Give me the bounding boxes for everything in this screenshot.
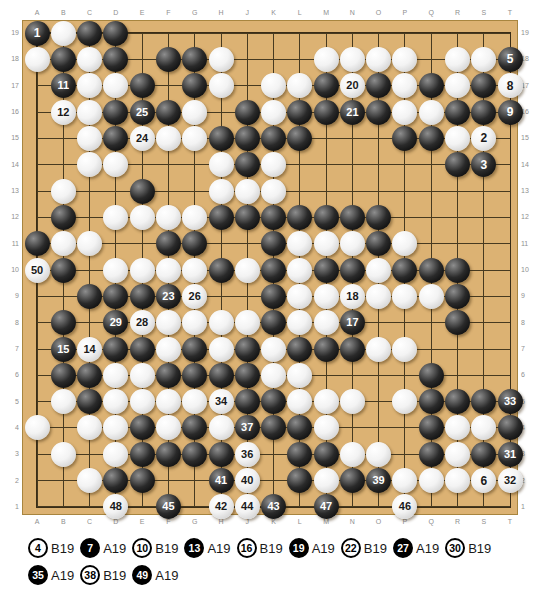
row-label: 5 — [521, 397, 536, 407]
stone-H6[interactable] — [209, 363, 234, 388]
stone-S15[interactable]: 2 — [471, 126, 496, 151]
stone-B17[interactable]: 11 — [51, 73, 76, 98]
stone-M8[interactable] — [314, 310, 339, 335]
row-label: 8 — [521, 318, 536, 328]
row-label: 13 — [4, 186, 19, 196]
row-label: 19 — [521, 28, 536, 38]
row-label: 16 — [521, 107, 536, 117]
stone-E16[interactable]: 25 — [130, 100, 155, 125]
stone-A11[interactable] — [25, 231, 50, 256]
row-label: 16 — [4, 107, 19, 117]
stone-D3[interactable] — [103, 442, 128, 467]
stone-D9[interactable] — [103, 284, 128, 309]
stone-A4[interactable] — [25, 415, 50, 440]
stone-J5[interactable] — [235, 389, 260, 414]
stone-O9[interactable] — [366, 284, 391, 309]
move-number: 11 — [57, 80, 69, 91]
stone-R14[interactable] — [445, 152, 470, 177]
stone-F8[interactable] — [156, 310, 181, 335]
caption-entry: 4B19 — [28, 538, 74, 558]
stone-G18[interactable] — [182, 47, 207, 72]
stone-J3[interactable]: 36 — [235, 442, 260, 467]
stone-K1[interactable]: 43 — [261, 494, 286, 519]
stone-O16[interactable] — [366, 100, 391, 125]
move-number: 37 — [241, 422, 253, 433]
stone-K10[interactable] — [261, 258, 286, 283]
row-label: 11 — [521, 239, 536, 249]
row-label: 15 — [521, 133, 536, 143]
stone-E7[interactable] — [130, 337, 155, 362]
stone-Q10[interactable] — [419, 258, 444, 283]
stone-J6[interactable] — [235, 363, 260, 388]
column-label: C — [83, 8, 97, 18]
stone-F12[interactable] — [156, 205, 181, 230]
stone-M3[interactable] — [314, 442, 339, 467]
stone-O12[interactable] — [366, 205, 391, 230]
stone-H13[interactable] — [209, 179, 234, 204]
stone-J13[interactable] — [235, 179, 260, 204]
row-label: 2 — [4, 476, 19, 486]
stone-D7[interactable] — [103, 337, 128, 362]
stone-J4[interactable]: 37 — [235, 415, 260, 440]
go-diagram-page: AABBCCDDEEFFGGHHJJKKLLMMNNOOPPQQRRSSTT19… — [0, 0, 540, 603]
stone-H17[interactable] — [209, 73, 234, 98]
stone-D19[interactable] — [103, 21, 128, 46]
row-label: 17 — [4, 81, 19, 91]
stone-P16[interactable] — [392, 100, 417, 125]
column-label: S — [477, 517, 491, 527]
move-number: 9 — [507, 106, 514, 118]
stone-O10[interactable] — [366, 258, 391, 283]
stone-N7[interactable] — [340, 337, 365, 362]
column-label: L — [293, 8, 307, 18]
move-number: 6 — [480, 475, 487, 487]
stone-O18[interactable] — [366, 47, 391, 72]
stone-D1[interactable]: 48 — [103, 494, 128, 519]
stone-D12[interactable] — [103, 205, 128, 230]
stone-M12[interactable] — [314, 205, 339, 230]
stone-K7[interactable] — [261, 337, 286, 362]
caption-entry: 30B19 — [445, 538, 491, 558]
column-label: E — [135, 517, 149, 527]
row-label: 12 — [521, 212, 536, 222]
stone-H14[interactable] — [209, 152, 234, 177]
move-number: 31 — [504, 449, 516, 460]
caption-stone-icon: 49 — [132, 565, 152, 585]
row-label: 15 — [4, 133, 19, 143]
stone-C16[interactable] — [77, 100, 102, 125]
stone-H4[interactable] — [209, 415, 234, 440]
stone-G7[interactable] — [182, 337, 207, 362]
stone-A10[interactable]: 50 — [25, 258, 50, 283]
stone-R2[interactable] — [445, 468, 470, 493]
move-number: 3 — [480, 159, 487, 171]
stone-H12[interactable] — [209, 205, 234, 230]
stone-F5[interactable] — [156, 389, 181, 414]
stone-T16[interactable]: 9 — [498, 100, 523, 125]
stone-T5[interactable]: 33 — [498, 389, 523, 414]
stone-B5[interactable] — [51, 389, 76, 414]
row-label: 12 — [4, 212, 19, 222]
stone-Q5[interactable] — [419, 389, 444, 414]
stone-N17[interactable]: 20 — [340, 73, 365, 98]
stone-J7[interactable] — [235, 337, 260, 362]
stone-B16[interactable]: 12 — [51, 100, 76, 125]
stone-R9[interactable] — [445, 284, 470, 309]
stone-N2[interactable] — [340, 468, 365, 493]
move-number: 20 — [346, 80, 358, 91]
stone-J10[interactable] — [235, 258, 260, 283]
column-label: A — [30, 517, 44, 527]
stone-G10[interactable] — [182, 258, 207, 283]
stone-Q2[interactable] — [419, 468, 444, 493]
stone-E5[interactable] — [130, 389, 155, 414]
stone-P10[interactable] — [392, 258, 417, 283]
stone-P1[interactable]: 46 — [392, 494, 417, 519]
stone-F11[interactable] — [156, 231, 181, 256]
caption-stone-icon: 16 — [237, 538, 257, 558]
stone-C15[interactable] — [77, 126, 102, 151]
caption-point-label: A19 — [155, 568, 178, 583]
stone-G12[interactable] — [182, 205, 207, 230]
stone-J16[interactable] — [235, 100, 260, 125]
stone-M9[interactable] — [314, 284, 339, 309]
stone-T2[interactable]: 32 — [498, 468, 523, 493]
stone-F18[interactable] — [156, 47, 181, 72]
stone-E4[interactable] — [130, 415, 155, 440]
stone-H18[interactable] — [209, 47, 234, 72]
column-label: H — [214, 8, 228, 18]
stone-K9[interactable] — [261, 284, 286, 309]
stone-B7[interactable]: 15 — [51, 337, 76, 362]
column-label: O — [372, 8, 386, 18]
stone-G3[interactable] — [182, 442, 207, 467]
stone-N10[interactable] — [340, 258, 365, 283]
stone-G15[interactable] — [182, 126, 207, 151]
stone-S3[interactable] — [471, 442, 496, 467]
stone-J15[interactable] — [235, 126, 260, 151]
move-number: 17 — [346, 317, 358, 328]
stone-O3[interactable] — [366, 442, 391, 467]
stone-N18[interactable] — [340, 47, 365, 72]
stone-J2[interactable]: 40 — [235, 468, 260, 493]
row-label: 19 — [4, 28, 19, 38]
stone-F15[interactable] — [156, 126, 181, 151]
stone-K16[interactable] — [261, 100, 286, 125]
stone-H7[interactable] — [209, 337, 234, 362]
board-layer: AABBCCDDEEFFGGHHJJKKLLMMNNOOPPQQRRSSTT19… — [0, 0, 540, 603]
move-number: 18 — [346, 291, 358, 302]
move-number: 39 — [372, 475, 384, 486]
stone-K14[interactable] — [261, 152, 286, 177]
column-label: Q — [424, 517, 438, 527]
stone-B13[interactable] — [51, 179, 76, 204]
stone-C6[interactable] — [77, 363, 102, 388]
column-label: C — [83, 517, 97, 527]
stone-M11[interactable] — [314, 231, 339, 256]
stone-R8[interactable] — [445, 310, 470, 335]
stone-E9[interactable] — [130, 284, 155, 309]
move-number: 36 — [241, 449, 253, 460]
caption-stone-icon: 38 — [80, 565, 100, 585]
caption-entry: 19A19 — [289, 538, 335, 558]
column-label: N — [345, 8, 359, 18]
stone-M1[interactable]: 47 — [314, 494, 339, 519]
stone-G16[interactable] — [182, 100, 207, 125]
row-label: 8 — [4, 318, 19, 328]
stone-E17[interactable] — [130, 73, 155, 98]
stone-T18[interactable]: 5 — [498, 47, 523, 72]
stone-K8[interactable] — [261, 310, 286, 335]
caption-point-label: A19 — [416, 541, 439, 556]
stone-B3[interactable] — [51, 442, 76, 467]
stone-L15[interactable] — [287, 126, 312, 151]
stone-H15[interactable] — [209, 126, 234, 151]
caption-point-label: A19 — [207, 541, 230, 556]
stone-F3[interactable] — [156, 442, 181, 467]
column-label: Q — [424, 8, 438, 18]
column-label: R — [451, 517, 465, 527]
move-number: 33 — [504, 396, 516, 407]
stone-H1[interactable]: 42 — [209, 494, 234, 519]
row-label: 18 — [4, 54, 19, 64]
stone-M7[interactable] — [314, 337, 339, 362]
row-label: 4 — [521, 423, 536, 433]
stone-E2[interactable] — [130, 468, 155, 493]
move-number: 48 — [110, 501, 122, 512]
stone-A18[interactable] — [25, 47, 50, 72]
stone-T4[interactable] — [498, 415, 523, 440]
stone-Q15[interactable] — [419, 126, 444, 151]
move-number: 26 — [189, 291, 201, 302]
stone-E12[interactable] — [130, 205, 155, 230]
move-number: 47 — [320, 501, 332, 512]
stone-R15[interactable] — [445, 126, 470, 151]
stone-C19[interactable] — [77, 21, 102, 46]
caption-point-label: B19 — [468, 541, 491, 556]
stone-B18[interactable] — [51, 47, 76, 72]
stone-H3[interactable] — [209, 442, 234, 467]
row-label: 9 — [4, 291, 19, 301]
stone-A19[interactable]: 1 — [25, 21, 50, 46]
caption-stone-icon: 35 — [28, 565, 48, 585]
move-number: 46 — [399, 501, 411, 512]
stone-B11[interactable] — [51, 231, 76, 256]
stone-M17[interactable] — [314, 73, 339, 98]
row-label: 13 — [521, 186, 536, 196]
stone-S18[interactable] — [471, 47, 496, 72]
stone-N11[interactable] — [340, 231, 365, 256]
stone-K12[interactable] — [261, 205, 286, 230]
stone-R3[interactable] — [445, 442, 470, 467]
stone-P7[interactable] — [392, 337, 417, 362]
move-number: 2 — [480, 132, 487, 144]
stone-N9[interactable]: 18 — [340, 284, 365, 309]
stone-F16[interactable] — [156, 100, 181, 125]
stone-E13[interactable] — [130, 179, 155, 204]
stone-D16[interactable] — [103, 100, 128, 125]
caption-entry: 49A19 — [132, 565, 178, 585]
stone-H8[interactable] — [209, 310, 234, 335]
move-number: 41 — [215, 475, 227, 486]
stone-R5[interactable] — [445, 389, 470, 414]
stone-K6[interactable] — [261, 363, 286, 388]
stone-K15[interactable] — [261, 126, 286, 151]
row-label: 6 — [4, 370, 19, 380]
stone-N8[interactable]: 17 — [340, 310, 365, 335]
stone-L9[interactable] — [287, 284, 312, 309]
stone-E3[interactable] — [130, 442, 155, 467]
stone-M4[interactable] — [314, 415, 339, 440]
row-label: 1 — [521, 502, 536, 512]
stone-Q9[interactable] — [419, 284, 444, 309]
move-number: 1 — [34, 27, 41, 39]
stone-D18[interactable] — [103, 47, 128, 72]
stone-M10[interactable] — [314, 258, 339, 283]
stone-G9[interactable]: 26 — [182, 284, 207, 309]
stone-M5[interactable] — [314, 389, 339, 414]
caption-entry: 10B19 — [132, 538, 178, 558]
caption-stone-icon: 13 — [184, 538, 204, 558]
column-label: E — [135, 8, 149, 18]
stone-B12[interactable] — [51, 205, 76, 230]
stone-L10[interactable] — [287, 258, 312, 283]
move-number: 21 — [346, 107, 358, 118]
move-number: 12 — [57, 107, 69, 118]
stone-L16[interactable] — [287, 100, 312, 125]
column-label: G — [188, 8, 202, 18]
stone-E8[interactable]: 28 — [130, 310, 155, 335]
column-label: T — [503, 8, 517, 18]
row-label: 1 — [4, 502, 19, 512]
stone-G6[interactable] — [182, 363, 207, 388]
stone-F7[interactable] — [156, 337, 181, 362]
stone-C18[interactable] — [77, 47, 102, 72]
stone-D6[interactable] — [103, 363, 128, 388]
stone-J14[interactable] — [235, 152, 260, 177]
column-label: G — [188, 517, 202, 527]
stone-B10[interactable] — [51, 258, 76, 283]
row-label: 2 — [521, 476, 536, 486]
stone-Q3[interactable] — [419, 442, 444, 467]
caption-stone-icon: 30 — [445, 538, 465, 558]
stone-R18[interactable] — [445, 47, 470, 72]
stone-K5[interactable] — [261, 389, 286, 414]
move-number: 28 — [136, 317, 148, 328]
stone-S16[interactable] — [471, 100, 496, 125]
stone-B6[interactable] — [51, 363, 76, 388]
column-label: T — [503, 517, 517, 527]
stone-K11[interactable] — [261, 231, 286, 256]
move-number: 14 — [83, 344, 95, 355]
move-number: 15 — [57, 344, 69, 355]
row-label: 3 — [521, 449, 536, 459]
column-label: D — [109, 8, 123, 18]
stone-E15[interactable]: 24 — [130, 126, 155, 151]
move-number: 8 — [507, 80, 514, 92]
stone-N16[interactable]: 21 — [340, 100, 365, 125]
stone-Q4[interactable] — [419, 415, 444, 440]
stone-H10[interactable] — [209, 258, 234, 283]
stone-R10[interactable] — [445, 258, 470, 283]
caption-entry: 22B19 — [341, 538, 387, 558]
move-number: 45 — [162, 501, 174, 512]
stone-N12[interactable] — [340, 205, 365, 230]
stone-T17[interactable]: 8 — [498, 73, 523, 98]
stone-L7[interactable] — [287, 337, 312, 362]
stone-K13[interactable] — [261, 179, 286, 204]
stone-R16[interactable] — [445, 100, 470, 125]
move-number: 29 — [110, 317, 122, 328]
stone-L3[interactable] — [287, 442, 312, 467]
caption-stone-icon: 4 — [28, 538, 48, 558]
move-number: 43 — [267, 501, 279, 512]
stone-O7[interactable] — [366, 337, 391, 362]
row-label: 7 — [4, 344, 19, 354]
stone-M16[interactable] — [314, 100, 339, 125]
stone-B8[interactable] — [51, 310, 76, 335]
caption-entry: 7A19 — [80, 538, 126, 558]
stone-Q17[interactable] — [419, 73, 444, 98]
stone-M2[interactable] — [314, 468, 339, 493]
stone-H5[interactable]: 34 — [209, 389, 234, 414]
stone-J8[interactable] — [235, 310, 260, 335]
stone-F9[interactable]: 23 — [156, 284, 181, 309]
caption-point-label: A19 — [51, 568, 74, 583]
column-label: B — [56, 517, 70, 527]
move-number: 40 — [241, 475, 253, 486]
stone-F6[interactable] — [156, 363, 181, 388]
stone-C9[interactable] — [77, 284, 102, 309]
row-label: 14 — [4, 160, 19, 170]
stone-N5[interactable] — [340, 389, 365, 414]
caption-stone-icon: 27 — [393, 538, 413, 558]
column-label: N — [345, 517, 359, 527]
stone-H2[interactable]: 41 — [209, 468, 234, 493]
caption-entry: 27A19 — [393, 538, 439, 558]
stone-L6[interactable] — [287, 363, 312, 388]
stone-J1[interactable]: 44 — [235, 494, 260, 519]
row-label: 11 — [4, 239, 19, 249]
stone-C7[interactable]: 14 — [77, 337, 102, 362]
row-label: 4 — [4, 423, 19, 433]
stone-B19[interactable] — [51, 21, 76, 46]
stone-Q16[interactable] — [419, 100, 444, 125]
row-label: 18 — [521, 54, 536, 64]
stone-D10[interactable] — [103, 258, 128, 283]
stone-L12[interactable] — [287, 205, 312, 230]
caption-stone-icon: 10 — [132, 538, 152, 558]
stone-F10[interactable] — [156, 258, 181, 283]
move-number: 42 — [215, 501, 227, 512]
move-number: 34 — [215, 396, 227, 407]
row-label: 9 — [521, 291, 536, 301]
column-label: L — [293, 517, 307, 527]
caption-entry: 35A19 — [28, 565, 74, 585]
stone-E6[interactable] — [130, 363, 155, 388]
stone-J12[interactable] — [235, 205, 260, 230]
stone-D15[interactable] — [103, 126, 128, 151]
stone-T3[interactable]: 31 — [498, 442, 523, 467]
stone-M18[interactable] — [314, 47, 339, 72]
stone-E10[interactable] — [130, 258, 155, 283]
column-label: F — [161, 8, 175, 18]
stone-F1[interactable]: 45 — [156, 494, 181, 519]
stone-N3[interactable] — [340, 442, 365, 467]
row-label: 14 — [521, 160, 536, 170]
row-label: 10 — [521, 265, 536, 275]
stone-Q6[interactable] — [419, 363, 444, 388]
